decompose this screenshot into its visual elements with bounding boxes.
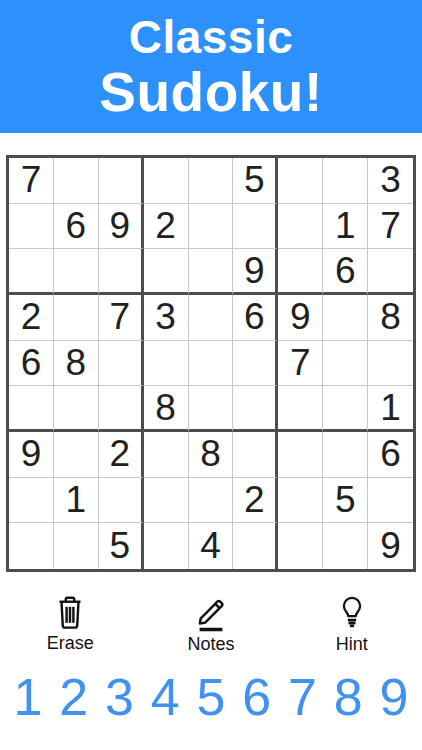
hint-label: Hint (336, 635, 368, 655)
cell-r4c3[interactable]: 7 (99, 295, 144, 341)
cell-r2c4[interactable]: 2 (144, 204, 189, 250)
cell-r7c6[interactable] (233, 432, 278, 478)
cell-r5c9[interactable] (368, 341, 413, 387)
lightbulb-icon (336, 594, 368, 632)
cell-r9c5[interactable]: 4 (189, 523, 234, 569)
numpad-9[interactable]: 9 (372, 671, 416, 723)
cell-r1c6[interactable]: 5 (233, 158, 278, 204)
cell-r6c6[interactable] (233, 386, 278, 432)
cell-r8c4[interactable] (144, 478, 189, 524)
cell-r6c2[interactable] (54, 386, 99, 432)
cell-r6c3[interactable] (99, 386, 144, 432)
sudoku-board: 7536921796273698687819286125549 (6, 155, 416, 572)
cell-r6c8[interactable] (323, 386, 368, 432)
title-line-1: Classic (129, 13, 294, 63)
numpad-4[interactable]: 4 (143, 671, 187, 723)
cell-r8c5[interactable] (189, 478, 234, 524)
cell-r2c5[interactable] (189, 204, 234, 250)
cell-r4c7[interactable]: 9 (278, 295, 323, 341)
cell-r6c4[interactable]: 8 (144, 386, 189, 432)
cell-r9c7[interactable] (278, 523, 323, 569)
toolbar: Erase Notes Hint (0, 594, 422, 655)
cell-r9c1[interactable] (9, 523, 54, 569)
cell-r3c5[interactable] (189, 249, 234, 295)
cell-r5c4[interactable] (144, 341, 189, 387)
notes-button[interactable]: Notes (141, 594, 282, 655)
numpad-8[interactable]: 8 (326, 671, 370, 723)
cell-r5c8[interactable] (323, 341, 368, 387)
cell-r8c8[interactable]: 5 (323, 478, 368, 524)
cell-r2c9[interactable]: 7 (368, 204, 413, 250)
cell-r5c7[interactable]: 7 (278, 341, 323, 387)
cell-r7c9[interactable]: 6 (368, 432, 413, 478)
cell-r5c6[interactable] (233, 341, 278, 387)
cell-r1c1[interactable]: 7 (9, 158, 54, 204)
app-header: Classic Sudoku! (0, 0, 422, 133)
numpad-7[interactable]: 7 (281, 671, 325, 723)
numpad-5[interactable]: 5 (189, 671, 233, 723)
cell-r3c4[interactable] (144, 249, 189, 295)
title-line-2: Sudoku! (99, 63, 322, 122)
cell-r5c2[interactable]: 8 (54, 341, 99, 387)
cell-r8c3[interactable] (99, 478, 144, 524)
numpad-2[interactable]: 2 (52, 671, 96, 723)
cell-r2c1[interactable] (9, 204, 54, 250)
cell-r1c9[interactable]: 3 (368, 158, 413, 204)
cell-r1c5[interactable] (189, 158, 234, 204)
number-pad: 123456789 (0, 671, 422, 723)
cell-r2c3[interactable]: 9 (99, 204, 144, 250)
cell-r6c9[interactable]: 1 (368, 386, 413, 432)
erase-button[interactable]: Erase (0, 594, 141, 655)
cell-r9c4[interactable] (144, 523, 189, 569)
cell-r7c8[interactable] (323, 432, 368, 478)
cell-r1c3[interactable] (99, 158, 144, 204)
cell-r8c1[interactable] (9, 478, 54, 524)
cell-r3c6[interactable]: 9 (233, 249, 278, 295)
cell-r5c3[interactable] (99, 341, 144, 387)
numpad-6[interactable]: 6 (235, 671, 279, 723)
cell-r3c7[interactable] (278, 249, 323, 295)
cell-r9c2[interactable] (54, 523, 99, 569)
cell-r3c9[interactable] (368, 249, 413, 295)
cell-r1c2[interactable] (54, 158, 99, 204)
cell-r7c5[interactable]: 8 (189, 432, 234, 478)
cell-r4c4[interactable]: 3 (144, 295, 189, 341)
cell-r7c2[interactable] (54, 432, 99, 478)
cell-r3c2[interactable] (54, 249, 99, 295)
cell-r4c1[interactable]: 2 (9, 295, 54, 341)
cell-r8c6[interactable]: 2 (233, 478, 278, 524)
erase-label: Erase (47, 634, 94, 654)
cell-r5c5[interactable] (189, 341, 234, 387)
cell-r7c3[interactable]: 2 (99, 432, 144, 478)
cell-r6c1[interactable] (9, 386, 54, 432)
pencil-icon (193, 594, 229, 632)
hint-button[interactable]: Hint (281, 594, 422, 655)
cell-r7c1[interactable]: 9 (9, 432, 54, 478)
cell-r9c6[interactable] (233, 523, 278, 569)
cell-r3c3[interactable] (99, 249, 144, 295)
cell-r3c1[interactable] (9, 249, 54, 295)
cell-r2c6[interactable] (233, 204, 278, 250)
cell-r6c7[interactable] (278, 386, 323, 432)
cell-r2c7[interactable] (278, 204, 323, 250)
cell-r9c8[interactable] (323, 523, 368, 569)
cell-r4c2[interactable] (54, 295, 99, 341)
cell-r2c8[interactable]: 1 (323, 204, 368, 250)
cell-r8c9[interactable] (368, 478, 413, 524)
cell-r1c7[interactable] (278, 158, 323, 204)
cell-r8c2[interactable]: 1 (54, 478, 99, 524)
cell-r1c8[interactable] (323, 158, 368, 204)
numpad-1[interactable]: 1 (6, 671, 50, 723)
cell-r3c8[interactable]: 6 (323, 249, 368, 295)
cell-r7c7[interactable] (278, 432, 323, 478)
app-screen: Classic Sudoku! 753692179627369868781928… (0, 0, 422, 750)
notes-label: Notes (187, 635, 234, 655)
cell-r9c9[interactable]: 9 (368, 523, 413, 569)
numpad-3[interactable]: 3 (98, 671, 142, 723)
cell-r4c8[interactable] (323, 295, 368, 341)
cell-r6c5[interactable] (189, 386, 234, 432)
cell-r4c5[interactable] (189, 295, 234, 341)
cell-r5c1[interactable]: 6 (9, 341, 54, 387)
cell-r9c3[interactable]: 5 (99, 523, 144, 569)
cell-r8c7[interactable] (278, 478, 323, 524)
cell-r1c4[interactable] (144, 158, 189, 204)
cell-r4c6[interactable]: 6 (233, 295, 278, 341)
trash-icon (53, 594, 87, 631)
cell-r4c9[interactable]: 8 (368, 295, 413, 341)
cell-r7c4[interactable] (144, 432, 189, 478)
cell-r2c2[interactable]: 6 (54, 204, 99, 250)
